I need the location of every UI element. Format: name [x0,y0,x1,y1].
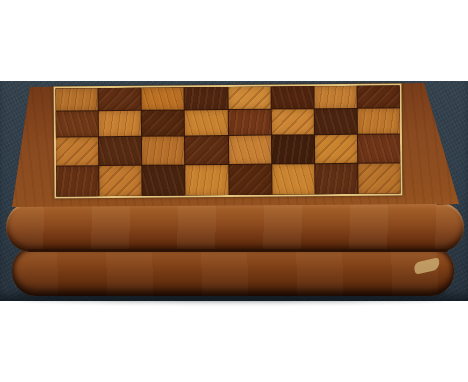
board-square-r2c7-dark [314,109,356,134]
board-square-r3c5-light [228,136,270,164]
board-square-r3c6-dark [272,135,314,163]
board-square-r1c7-light [314,86,356,108]
board-square-r1c3-light [142,87,184,109]
board-square-r2c2-light [99,111,141,136]
board-square-r3c3-light [142,136,184,164]
board-square-r3c4-dark [185,136,227,164]
chessboard-field [54,83,403,198]
board-square-r4c2-light [99,166,141,196]
box-top-half-edge [6,202,464,252]
board-square-r3c1-light [56,137,98,165]
wood-chip-mark [413,257,441,274]
board-square-r3c8-dark [358,134,400,162]
board-square-r2c8-light [358,109,400,134]
board-square-r4c3-dark [142,165,184,195]
board-square-r4c5-dark [229,165,271,195]
board-square-r2c3-dark [142,110,184,135]
box-bottom-half-edge [12,246,454,296]
board-square-r4c6-light [272,164,314,194]
board-square-r4c1-dark [56,166,98,196]
board-square-r1c8-dark [357,86,399,108]
box-halves-seam [28,249,448,252]
board-square-r4c8-light [358,163,400,193]
board-square-r1c6-dark [271,86,313,108]
board-square-r1c4-dark [185,87,227,109]
board-square-r2c6-light [271,109,313,134]
board-grid [56,86,401,197]
board-square-r2c5-dark [228,110,270,135]
auction-photo [0,0,468,382]
board-square-r1c5-light [228,87,270,109]
folding-chessboard-box [0,78,468,308]
board-square-r3c7-light [315,135,357,163]
board-square-r1c1-light [56,88,98,110]
board-square-r2c4-light [185,110,227,135]
board-square-r4c7-dark [315,164,357,194]
board-square-r4c4-light [186,165,228,195]
board-square-r3c2-dark [99,137,141,165]
board-square-r1c2-dark [99,88,141,110]
board-square-r2c1-dark [56,111,98,136]
